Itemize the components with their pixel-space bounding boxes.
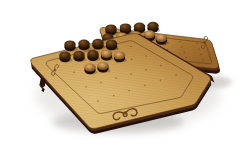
grid-point	[115, 77, 117, 79]
grid-point	[113, 95, 115, 97]
game-piece-dark[interactable]	[64, 40, 77, 51]
grid-point	[179, 41, 181, 43]
grid-point	[131, 59, 133, 61]
grid-point	[145, 69, 147, 71]
grid-point	[160, 65, 162, 67]
game-piece-dark[interactable]	[78, 40, 91, 51]
grid-point	[100, 82, 102, 84]
grid-point	[160, 79, 162, 81]
grid-point	[200, 54, 202, 56]
grid-point	[144, 85, 146, 87]
folding-board-photo	[0, 0, 240, 150]
grid-point	[85, 86, 87, 88]
grid-point	[73, 72, 75, 74]
grid-point	[196, 43, 198, 45]
grid-point	[130, 73, 132, 75]
grid-point	[202, 59, 204, 61]
grid-point	[175, 74, 177, 76]
grid-point	[128, 90, 130, 92]
grid-point	[198, 48, 200, 50]
grid-point	[186, 57, 188, 59]
grid-point	[184, 51, 186, 53]
product-photo-scene	[0, 0, 240, 150]
grid-point	[130, 46, 132, 48]
grid-point	[97, 100, 99, 102]
grid-point	[145, 55, 147, 57]
grid-point	[181, 46, 183, 48]
